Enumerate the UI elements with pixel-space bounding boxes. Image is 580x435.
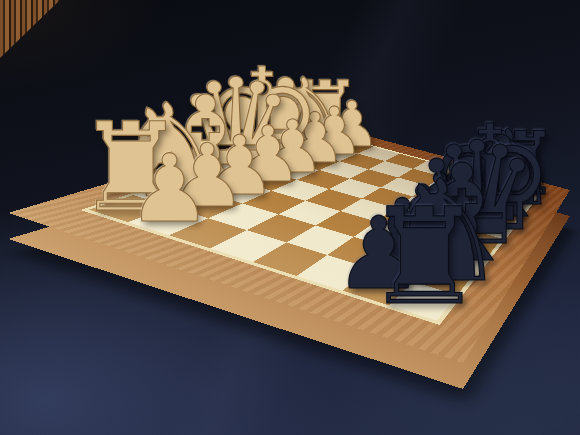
white-pawn-a2: ♟ xyxy=(127,148,211,232)
photo-scene: ♜♞♝♛♚♝♞♜♟♟♟♟♟♟♟♟♟♟♟♟♟♟♟♟♜♞♝♛♚♝♞♜ xyxy=(0,0,580,435)
black-rook-a8: ♜ xyxy=(364,197,484,317)
chess-pieces-layer: ♜♞♝♛♚♝♞♜♟♟♟♟♟♟♟♟♟♟♟♟♟♟♟♟♜♞♝♛♚♝♞♜ xyxy=(0,0,580,435)
